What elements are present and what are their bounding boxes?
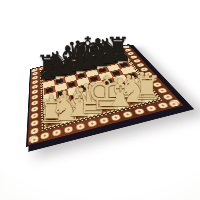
piece-white-rook[interactable]: ♜	[125, 72, 169, 105]
piece-black-pawn[interactable]: ♟	[99, 42, 143, 66]
chess-set-photo: ♜♞♝♛♚♝♞♜♟♟♟♟♟♟♟♟♟♟♟♟♟♟♟♟♜♞♝♛♚♝♞♜	[0, 0, 200, 200]
